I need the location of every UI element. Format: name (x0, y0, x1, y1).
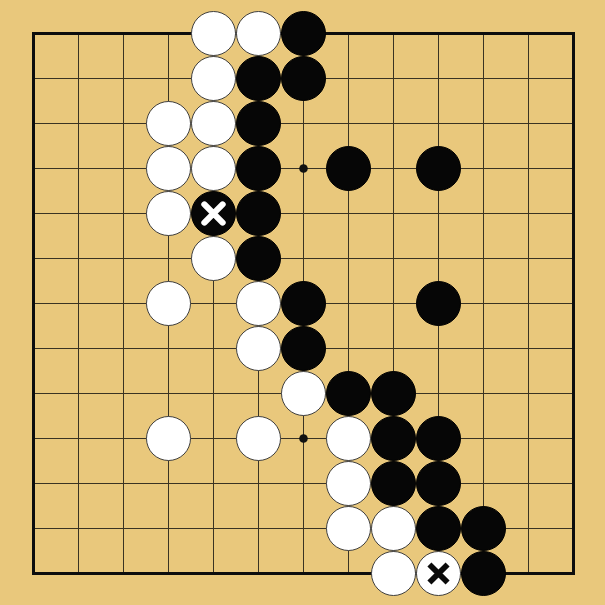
intersection-i12[interactable] (371, 506, 416, 551)
white-stone (146, 191, 191, 236)
intersection-h2[interactable] (326, 56, 371, 101)
intersection-f1[interactable] (236, 11, 281, 56)
intersection-m13[interactable] (551, 551, 596, 596)
intersection-l10[interactable] (506, 416, 551, 461)
intersection-a1[interactable] (11, 11, 56, 56)
intersection-f3[interactable] (236, 101, 281, 146)
intersection-e6[interactable] (191, 236, 236, 281)
intersection-m8[interactable] (551, 326, 596, 371)
black-stone (281, 326, 326, 371)
intersection-c6[interactable] (101, 236, 146, 281)
white-stone (326, 506, 371, 551)
intersection-j11[interactable] (416, 461, 461, 506)
intersection-m1[interactable] (551, 11, 596, 56)
intersection-a2[interactable] (11, 56, 56, 101)
intersection-g5[interactable] (281, 191, 326, 236)
intersection-d1[interactable] (146, 11, 191, 56)
white-stone (191, 11, 236, 56)
intersection-a4[interactable] (11, 146, 56, 191)
intersection-i13[interactable] (371, 551, 416, 596)
white-stone (146, 101, 191, 146)
intersection-j1[interactable] (416, 11, 461, 56)
white-stone (236, 326, 281, 371)
intersection-i10[interactable] (371, 416, 416, 461)
intersection-f11[interactable] (236, 461, 281, 506)
intersection-g13[interactable] (281, 551, 326, 596)
intersection-k10[interactable] (461, 416, 506, 461)
intersection-a13[interactable] (11, 551, 56, 596)
intersection-e1[interactable] (191, 11, 236, 56)
intersection-l1[interactable] (506, 11, 551, 56)
intersection-c7[interactable] (101, 281, 146, 326)
white-stone (371, 551, 416, 596)
intersection-b13[interactable] (56, 551, 101, 596)
intersection-g9[interactable] (281, 371, 326, 416)
intersection-g2[interactable] (281, 56, 326, 101)
intersection-c2[interactable] (101, 56, 146, 101)
intersection-a10[interactable] (11, 416, 56, 461)
intersection-l12[interactable] (506, 506, 551, 551)
black-stone (236, 236, 281, 281)
intersection-h3[interactable] (326, 101, 371, 146)
black-stone (191, 191, 236, 236)
intersection-g8[interactable] (281, 326, 326, 371)
intersection-j13[interactable] (416, 551, 461, 596)
white-stone (146, 281, 191, 326)
white-stone (191, 56, 236, 101)
black-stone (281, 56, 326, 101)
intersection-a9[interactable] (11, 371, 56, 416)
intersection-b2[interactable] (56, 56, 101, 101)
intersection-e8[interactable] (191, 326, 236, 371)
intersection-b10[interactable] (56, 416, 101, 461)
intersection-g4[interactable] (281, 146, 326, 191)
intersection-a3[interactable] (11, 101, 56, 146)
intersection-l8[interactable] (506, 326, 551, 371)
white-stone (146, 416, 191, 461)
intersection-j2[interactable] (416, 56, 461, 101)
intersection-h10[interactable] (326, 416, 371, 461)
intersection-g7[interactable] (281, 281, 326, 326)
intersection-g1[interactable] (281, 11, 326, 56)
go-board (11, 11, 596, 596)
intersection-c13[interactable] (101, 551, 146, 596)
black-stone (416, 146, 461, 191)
intersection-e10[interactable] (191, 416, 236, 461)
intersection-a12[interactable] (11, 506, 56, 551)
intersection-m3[interactable] (551, 101, 596, 146)
intersection-c1[interactable] (101, 11, 146, 56)
intersection-i8[interactable] (371, 326, 416, 371)
intersection-f10[interactable] (236, 416, 281, 461)
intersection-m9[interactable] (551, 371, 596, 416)
intersection-b9[interactable] (56, 371, 101, 416)
intersection-d3[interactable] (146, 101, 191, 146)
black-stone (461, 506, 506, 551)
white-stone (236, 281, 281, 326)
intersection-k1[interactable] (461, 11, 506, 56)
intersection-l11[interactable] (506, 461, 551, 506)
intersection-m10[interactable] (551, 416, 596, 461)
intersection-a8[interactable] (11, 326, 56, 371)
intersection-d10[interactable] (146, 416, 191, 461)
intersection-m7[interactable] (551, 281, 596, 326)
intersection-d9[interactable] (146, 371, 191, 416)
intersection-j7[interactable] (416, 281, 461, 326)
intersection-a7[interactable] (11, 281, 56, 326)
intersection-a6[interactable] (11, 236, 56, 281)
intersection-f4[interactable] (236, 146, 281, 191)
black-stone (461, 551, 506, 596)
intersection-d13[interactable] (146, 551, 191, 596)
intersection-k3[interactable] (461, 101, 506, 146)
intersection-j10[interactable] (416, 416, 461, 461)
intersection-b1[interactable] (56, 11, 101, 56)
intersection-c8[interactable] (101, 326, 146, 371)
white-stone (191, 146, 236, 191)
black-stone (416, 506, 461, 551)
intersection-i6[interactable] (371, 236, 416, 281)
intersection-c5[interactable] (101, 191, 146, 236)
intersection-d5[interactable] (146, 191, 191, 236)
intersection-e12[interactable] (191, 506, 236, 551)
intersection-j4[interactable] (416, 146, 461, 191)
intersection-f6[interactable] (236, 236, 281, 281)
intersection-b8[interactable] (56, 326, 101, 371)
intersection-c4[interactable] (101, 146, 146, 191)
intersection-k5[interactable] (461, 191, 506, 236)
intersection-f12[interactable] (236, 506, 281, 551)
black-stone (281, 281, 326, 326)
intersection-d2[interactable] (146, 56, 191, 101)
intersection-i9[interactable] (371, 371, 416, 416)
intersection-f8[interactable] (236, 326, 281, 371)
white-stone (371, 506, 416, 551)
intersection-f13[interactable] (236, 551, 281, 596)
intersection-j3[interactable] (416, 101, 461, 146)
intersection-i1[interactable] (371, 11, 416, 56)
intersection-k4[interactable] (461, 146, 506, 191)
intersection-i7[interactable] (371, 281, 416, 326)
intersection-i2[interactable] (371, 56, 416, 101)
intersection-f7[interactable] (236, 281, 281, 326)
black-stone (236, 191, 281, 236)
intersection-k2[interactable] (461, 56, 506, 101)
white-stone (236, 416, 281, 461)
white-stone (191, 236, 236, 281)
intersection-g12[interactable] (281, 506, 326, 551)
intersection-e3[interactable] (191, 101, 236, 146)
intersection-h6[interactable] (326, 236, 371, 281)
intersection-m4[interactable] (551, 146, 596, 191)
intersection-h12[interactable] (326, 506, 371, 551)
white-stone (326, 461, 371, 506)
white-stone (326, 416, 371, 461)
intersection-l3[interactable] (506, 101, 551, 146)
intersection-m2[interactable] (551, 56, 596, 101)
intersection-b11[interactable] (56, 461, 101, 506)
intersection-c9[interactable] (101, 371, 146, 416)
intersection-k8[interactable] (461, 326, 506, 371)
intersection-h7[interactable] (326, 281, 371, 326)
intersection-f5[interactable] (236, 191, 281, 236)
intersection-d4[interactable] (146, 146, 191, 191)
black-stone (371, 461, 416, 506)
intersection-f9[interactable] (236, 371, 281, 416)
black-stone (236, 101, 281, 146)
intersection-b5[interactable] (56, 191, 101, 236)
intersection-m5[interactable] (551, 191, 596, 236)
intersection-h1[interactable] (326, 11, 371, 56)
intersection-e2[interactable] (191, 56, 236, 101)
intersection-c12[interactable] (101, 506, 146, 551)
intersection-j8[interactable] (416, 326, 461, 371)
intersection-d6[interactable] (146, 236, 191, 281)
black-stone (236, 146, 281, 191)
intersection-l13[interactable] (506, 551, 551, 596)
intersection-j12[interactable] (416, 506, 461, 551)
black-stone (416, 281, 461, 326)
intersection-e5[interactable] (191, 191, 236, 236)
white-stone (416, 551, 461, 596)
intersection-g3[interactable] (281, 101, 326, 146)
white-stone (281, 371, 326, 416)
intersection-c10[interactable] (101, 416, 146, 461)
intersection-i11[interactable] (371, 461, 416, 506)
intersection-i4[interactable] (371, 146, 416, 191)
intersection-l7[interactable] (506, 281, 551, 326)
black-stone (416, 461, 461, 506)
black-stone (326, 146, 371, 191)
intersection-b12[interactable] (56, 506, 101, 551)
intersection-j6[interactable] (416, 236, 461, 281)
intersection-h13[interactable] (326, 551, 371, 596)
intersection-l2[interactable] (506, 56, 551, 101)
intersection-c3[interactable] (101, 101, 146, 146)
intersection-l5[interactable] (506, 191, 551, 236)
intersection-h4[interactable] (326, 146, 371, 191)
intersection-h5[interactable] (326, 191, 371, 236)
intersection-j9[interactable] (416, 371, 461, 416)
black-stone (371, 371, 416, 416)
intersection-e13[interactable] (191, 551, 236, 596)
intersection-k11[interactable] (461, 461, 506, 506)
intersection-k9[interactable] (461, 371, 506, 416)
intersection-b4[interactable] (56, 146, 101, 191)
black-stone (236, 56, 281, 101)
intersection-a11[interactable] (11, 461, 56, 506)
intersection-h11[interactable] (326, 461, 371, 506)
intersection-l9[interactable] (506, 371, 551, 416)
intersection-j5[interactable] (416, 191, 461, 236)
intersection-k6[interactable] (461, 236, 506, 281)
white-stone (191, 101, 236, 146)
intersection-h9[interactable] (326, 371, 371, 416)
black-stone (371, 416, 416, 461)
intersection-d8[interactable] (146, 326, 191, 371)
intersection-k13[interactable] (461, 551, 506, 596)
intersection-i3[interactable] (371, 101, 416, 146)
intersection-b7[interactable] (56, 281, 101, 326)
intersection-m12[interactable] (551, 506, 596, 551)
intersection-m6[interactable] (551, 236, 596, 281)
intersection-g6[interactable] (281, 236, 326, 281)
intersection-d11[interactable] (146, 461, 191, 506)
black-stone (281, 11, 326, 56)
go-board-diagram (0, 0, 605, 605)
intersection-l6[interactable] (506, 236, 551, 281)
black-stone (416, 416, 461, 461)
intersection-h8[interactable] (326, 326, 371, 371)
intersection-c11[interactable] (101, 461, 146, 506)
white-stone (236, 11, 281, 56)
intersection-k12[interactable] (461, 506, 506, 551)
white-stone (146, 146, 191, 191)
intersection-e9[interactable] (191, 371, 236, 416)
intersection-d7[interactable] (146, 281, 191, 326)
intersection-g11[interactable] (281, 461, 326, 506)
intersection-b3[interactable] (56, 101, 101, 146)
x-mark-icon (417, 552, 460, 595)
intersection-d12[interactable] (146, 506, 191, 551)
intersection-b6[interactable] (56, 236, 101, 281)
x-mark-icon (192, 192, 235, 235)
black-stone (326, 371, 371, 416)
intersection-e4[interactable] (191, 146, 236, 191)
intersection-g10[interactable] (281, 416, 326, 461)
intersection-e11[interactable] (191, 461, 236, 506)
intersection-e7[interactable] (191, 281, 236, 326)
intersection-k7[interactable] (461, 281, 506, 326)
intersection-f2[interactable] (236, 56, 281, 101)
intersection-a5[interactable] (11, 191, 56, 236)
intersection-i5[interactable] (371, 191, 416, 236)
intersection-m11[interactable] (551, 461, 596, 506)
intersection-l4[interactable] (506, 146, 551, 191)
